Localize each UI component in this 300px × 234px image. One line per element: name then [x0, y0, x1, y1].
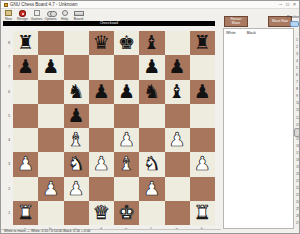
white-rook: ♜ [194, 201, 211, 224]
toolbar-button-resign[interactable]: Resign [16, 9, 29, 21]
square-d1[interactable]: ♛ [89, 201, 114, 225]
toolbar-button-label: Options [44, 17, 56, 21]
square-c7[interactable] [64, 55, 89, 79]
rank-label-5: 5 [8, 113, 10, 118]
white-pawn: ♟ [42, 177, 59, 200]
square-e3[interactable]: ♝ [114, 152, 139, 176]
square-d3[interactable]: ♟ [89, 152, 114, 176]
white-bishop: ♝ [68, 128, 85, 151]
square-g2[interactable] [165, 177, 190, 201]
scrollbar-thumb[interactable] [294, 128, 300, 137]
square-a5[interactable] [13, 104, 38, 128]
square-a8[interactable]: ♜ [13, 31, 38, 55]
toolbar-button-label: New [5, 17, 12, 21]
move-number: 10 [296, 100, 300, 107]
bottom-border-band [1, 233, 300, 234]
moves-header-black: Black [247, 31, 256, 35]
square-g4[interactable]: ♟ [165, 128, 190, 152]
toolbar-button-board[interactable]: Board [72, 9, 85, 21]
move-number: 3 [296, 51, 300, 58]
toolbar-button-label: Board [74, 17, 83, 21]
square-d6[interactable]: ♟ [89, 80, 114, 104]
rank-label-8: 8 [8, 40, 10, 45]
square-a4[interactable] [13, 128, 38, 152]
move-number: 5 [296, 65, 300, 72]
square-h8[interactable]: ♜ [190, 31, 215, 55]
square-h4[interactable] [190, 128, 215, 152]
white-pawn: ♟ [68, 177, 85, 200]
minimize-button[interactable]: – [279, 1, 282, 8]
white-king: ♚ [118, 201, 135, 224]
chess-app-window: GNU Chess Board 4.7 - Unknown – □ × NewR… [0, 0, 300, 234]
move-number: 23 [296, 192, 300, 199]
square-f5[interactable] [139, 104, 164, 128]
move-number: 11 [296, 107, 300, 114]
move-number: 20 [296, 171, 300, 178]
square-g7[interactable]: ♟ [165, 55, 190, 79]
square-a1[interactable]: ♜ [13, 201, 38, 225]
toolbar-button-options[interactable]: Options [44, 9, 57, 21]
square-b7[interactable]: ♟ [38, 55, 63, 79]
window-title: GNU Chess Board 4.7 - Unknown [10, 2, 78, 7]
square-f3[interactable]: ♞ [139, 152, 164, 176]
square-e7[interactable] [114, 55, 139, 79]
square-e4[interactable]: ♟ [114, 128, 139, 152]
rank-label-4: 4 [8, 137, 10, 142]
black-king: ♚ [118, 31, 135, 54]
resign-icon [19, 10, 26, 17]
square-h7[interactable] [190, 55, 215, 79]
black-rook: ♜ [17, 31, 34, 54]
square-b6[interactable] [38, 80, 63, 104]
rank-label-2: 2 [8, 186, 10, 191]
move-number: 8 [296, 86, 300, 93]
square-e1[interactable]: ♚ [114, 201, 139, 225]
black-bishop: ♝ [169, 80, 186, 103]
position-label: Position [287, 15, 300, 19]
toolbar-button-label: Help [61, 17, 68, 21]
square-d8[interactable]: ♛ [89, 31, 114, 55]
move-number: 24 [296, 199, 300, 206]
black-knight: ♞ [143, 80, 160, 103]
square-b2[interactable]: ♟ [38, 177, 63, 201]
square-a2[interactable] [13, 177, 38, 201]
black-pawn: ♟ [68, 104, 85, 127]
toolbar-button-label: Games [31, 17, 42, 21]
square-h6[interactable]: ♟ [190, 80, 215, 104]
move-number: 27 [296, 220, 300, 227]
message-bar: Chess board [3, 21, 215, 26]
square-e6[interactable]: ♟ [114, 80, 139, 104]
square-d7[interactable] [89, 55, 114, 79]
square-a7[interactable]: ♟ [13, 55, 38, 79]
square-h2[interactable] [190, 177, 215, 201]
move-number: 7 [296, 79, 300, 86]
move-number: 22 [296, 185, 300, 192]
white-pawn: ♟ [17, 152, 34, 175]
square-c1[interactable] [64, 201, 89, 225]
square-c5[interactable]: ♟ [64, 104, 89, 128]
rank-label-7: 7 [8, 64, 10, 69]
moves-panel: White Black [223, 28, 294, 229]
move-number: 16 [296, 143, 300, 150]
white-knight: ♞ [143, 152, 160, 175]
square-g6[interactable]: ♝ [165, 80, 190, 104]
help-icon [62, 10, 68, 16]
square-h1[interactable]: ♜ [190, 201, 215, 225]
flip-board-icon [74, 11, 84, 16]
move-number: 17 [296, 150, 300, 157]
moves-header-white: White [226, 31, 236, 35]
black-pawn: ♟ [194, 80, 211, 103]
black-pawn: ♟ [17, 55, 34, 78]
toolbar: NewResignGamesOptionsHelpBoard [2, 9, 85, 21]
black-pawn: ♟ [42, 55, 59, 78]
square-g8[interactable] [165, 31, 190, 55]
square-b3[interactable] [38, 152, 63, 176]
maximize-button[interactable]: □ [286, 1, 289, 8]
square-c8[interactable] [64, 31, 89, 55]
square-c4[interactable]: ♝ [64, 128, 89, 152]
square-c3[interactable]: ♞ [64, 152, 89, 176]
move-number: 18 [296, 157, 300, 164]
toolbar-button-help[interactable]: Help [58, 9, 71, 21]
position-toggle[interactable] [290, 21, 299, 27]
rank-label-3: 3 [8, 161, 10, 166]
rank-label-1: 1 [8, 210, 10, 215]
square-c6[interactable]: ♞ [64, 80, 89, 104]
move-number: 1 [296, 37, 300, 44]
square-b8[interactable] [38, 31, 63, 55]
rank-label-6: 6 [8, 89, 10, 94]
square-h3[interactable]: ♟ [190, 152, 215, 176]
white-rook: ♜ [17, 201, 34, 224]
retract-move-button[interactable]: Retract Move [224, 16, 248, 27]
black-pawn: ♟ [143, 55, 160, 78]
white-bishop: ♝ [118, 152, 135, 175]
square-f7[interactable]: ♟ [139, 55, 164, 79]
square-f6[interactable]: ♞ [139, 80, 164, 104]
square-b5[interactable] [38, 104, 63, 128]
square-a6[interactable] [13, 80, 38, 104]
move-number: 19 [296, 164, 300, 171]
square-d2[interactable] [89, 177, 114, 201]
move-number: 6 [296, 72, 300, 79]
chess-board: ♜♛♚♝♜♟♟♟♟♞♟♟♞♝♟♟♝♟♟♟♞♟♝♞♟♟♟♟♜♛♚♜ [13, 31, 215, 225]
square-e5[interactable] [114, 104, 139, 128]
white-pawn: ♟ [143, 177, 160, 200]
move-number: 4 [296, 58, 300, 65]
move-number: 21 [296, 178, 300, 185]
square-b4[interactable] [38, 128, 63, 152]
square-e2[interactable] [114, 177, 139, 201]
move-number: 12 [296, 115, 300, 122]
pieces-icon [47, 10, 54, 16]
move-number: 2 [296, 44, 300, 51]
square-f2[interactable]: ♟ [139, 177, 164, 201]
white-pawn: ♟ [93, 152, 110, 175]
black-pawn: ♟ [169, 55, 186, 78]
black-bishop: ♝ [143, 31, 160, 54]
black-pawn: ♟ [118, 80, 135, 103]
white-pawn: ♟ [194, 152, 211, 175]
square-h5[interactable] [190, 104, 215, 128]
white-knight: ♞ [68, 152, 85, 175]
white-pawn: ♟ [118, 128, 135, 151]
toolbar-button-games[interactable]: Games [30, 9, 43, 21]
square-g3[interactable] [165, 152, 190, 176]
square-e8[interactable]: ♚ [114, 31, 139, 55]
move-number: 9 [296, 93, 300, 100]
square-a3[interactable]: ♟ [13, 152, 38, 176]
toolbar-button-new[interactable]: New [2, 9, 15, 21]
square-b1[interactable] [38, 201, 63, 225]
app-icon [4, 3, 8, 7]
black-queen: ♛ [93, 31, 110, 54]
move-number: 26 [296, 213, 300, 220]
square-c2[interactable]: ♟ [64, 177, 89, 201]
black-pawn: ♟ [93, 80, 110, 103]
black-knight: ♞ [68, 80, 85, 103]
board-icon [5, 10, 12, 16]
square-f1[interactable] [139, 201, 164, 225]
square-g5[interactable] [165, 104, 190, 128]
message-bar-text: Chess board [100, 21, 118, 25]
square-f4[interactable] [139, 128, 164, 152]
square-d4[interactable] [89, 128, 114, 152]
close-button[interactable]: × [293, 1, 296, 8]
document-icon [34, 10, 40, 16]
white-pawn: ♟ [169, 128, 186, 151]
white-queen: ♛ [93, 201, 110, 224]
square-g1[interactable] [165, 201, 190, 225]
black-rook: ♜ [194, 31, 211, 54]
move-number: 25 [296, 206, 300, 213]
square-f8[interactable]: ♝ [139, 31, 164, 55]
square-d5[interactable] [89, 104, 114, 128]
titlebar: GNU Chess Board 4.7 - Unknown – □ × [1, 1, 299, 9]
